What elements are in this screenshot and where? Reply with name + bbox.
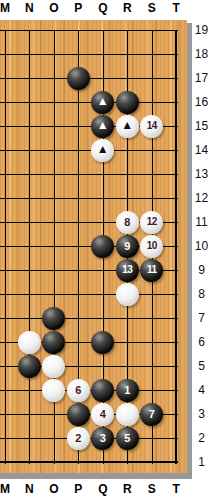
move-number: 14 [147,121,157,131]
column-label-top-M: M [0,1,14,16]
column-label-top-S: S [143,1,160,16]
column-label-top-O: O [45,1,62,16]
stone-black-O7 [42,307,65,330]
row-label-18: 18 [191,47,212,62]
stone-black-S3: 7 [140,403,163,426]
column-label-top-R: R [119,1,136,16]
stone-white-P2: 2 [67,427,90,450]
stone-white-R15: ▲ [116,115,139,138]
grid-line-col-M [5,30,6,464]
row-label-14: 14 [191,143,212,158]
row-label-7: 7 [191,311,212,326]
stone-black-Q16: ▲ [91,91,114,114]
grid-line-col-T [175,30,177,464]
column-label-top-T: T [168,1,185,16]
grid-line-col-N [29,30,30,464]
stone-white-S15: 14 [140,115,163,138]
stone-white-O4 [42,379,65,402]
triangle-mark-icon: ▲ [97,143,109,155]
move-number: 13 [122,265,132,275]
row-label-6: 6 [191,335,212,350]
stone-white-R8 [116,283,139,306]
stone-white-S11: 12 [140,211,163,234]
stone-black-N5 [18,355,41,378]
row-label-19: 19 [191,23,212,38]
go-board: ▲▲913111735▲14▲81210642 [0,20,187,473]
move-number: 6 [75,384,81,395]
column-label-bottom-S: S [143,482,160,497]
stone-white-R3 [116,403,139,426]
column-label-bottom-R: R [119,482,136,497]
stone-white-S10: 10 [140,235,163,258]
column-label-bottom-T: T [168,482,185,497]
stone-black-S9: 11 [140,259,163,282]
row-label-15: 15 [191,119,212,134]
column-label-top-Q: Q [94,1,111,16]
move-number: 8 [124,216,130,227]
row-label-4: 4 [191,383,212,398]
move-number: 9 [124,240,130,251]
move-number: 10 [147,241,157,251]
move-number: 11 [147,265,157,275]
row-label-10: 10 [191,239,212,254]
stone-white-N6 [18,331,41,354]
row-label-1: 1 [191,455,212,470]
triangle-mark-icon: ▲ [97,119,109,131]
move-number: 7 [149,408,155,419]
stone-black-R9: 13 [116,259,139,282]
stone-white-Q14: ▲ [91,139,114,162]
column-label-bottom-P: P [70,482,87,497]
stone-black-R2: 5 [116,427,139,450]
stone-black-R16 [116,91,139,114]
stone-white-P4: 6 [67,379,90,402]
stone-black-P17 [67,67,90,90]
row-label-8: 8 [191,287,212,302]
row-label-3: 3 [191,407,212,422]
row-label-2: 2 [191,431,212,446]
row-label-13: 13 [191,167,212,182]
move-number: 4 [100,408,106,419]
go-board-diagram: ▲▲913111735▲14▲81210642 MNOPQRSTMNOPQRST… [0,0,212,500]
move-number: 1 [124,384,130,395]
move-number: 12 [147,217,157,227]
move-number: 3 [100,432,106,443]
row-label-16: 16 [191,95,212,110]
triangle-mark-icon: ▲ [121,119,133,131]
stone-black-Q4 [91,379,114,402]
column-label-top-P: P [70,1,87,16]
stone-black-P3 [67,403,90,426]
move-number: 5 [124,432,130,443]
column-label-top-N: N [21,1,38,16]
stone-black-Q10 [91,235,114,258]
stone-white-Q3: 4 [91,403,114,426]
stone-black-Q15: ▲ [91,115,114,138]
stone-black-R10: 9 [116,235,139,258]
row-label-11: 11 [191,215,212,230]
board-shadow-bottom [0,473,192,479]
stone-black-R4: 1 [116,379,139,402]
row-label-9: 9 [191,263,212,278]
row-label-12: 12 [191,191,212,206]
row-label-17: 17 [191,71,212,86]
stone-black-Q6 [91,331,114,354]
stone-black-O6 [42,331,65,354]
column-label-bottom-M: M [0,482,14,497]
move-number: 2 [75,432,81,443]
column-label-bottom-N: N [21,482,38,497]
row-label-5: 5 [191,359,212,374]
column-label-bottom-Q: Q [94,482,111,497]
column-label-bottom-O: O [45,482,62,497]
stone-black-Q2: 3 [91,427,114,450]
triangle-mark-icon: ▲ [97,95,109,107]
stone-white-O5 [42,355,65,378]
stone-white-R11: 8 [116,211,139,234]
